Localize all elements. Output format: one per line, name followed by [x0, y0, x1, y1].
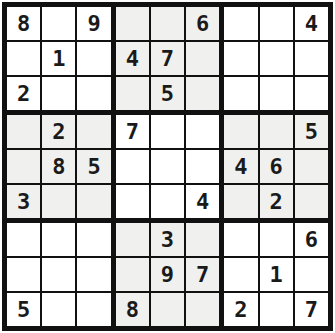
cell-r7c3[interactable] — [77, 223, 110, 256]
cell-r5c5[interactable] — [151, 150, 184, 183]
cell-r5c7[interactable]: 4 — [224, 150, 257, 183]
cell-r5c4[interactable] — [116, 150, 149, 183]
cell-r5c3[interactable]: 5 — [77, 150, 110, 183]
cell-r9c3[interactable] — [77, 293, 110, 326]
cell-r9c5[interactable] — [151, 293, 184, 326]
cell-r2c2[interactable]: 1 — [42, 42, 75, 75]
cell-r6c7[interactable] — [224, 185, 257, 218]
cell-r1c9[interactable]: 4 — [295, 7, 328, 40]
cell-r4c4[interactable]: 7 — [116, 115, 149, 148]
cell-r7c2[interactable] — [42, 223, 75, 256]
cell-r1c2[interactable] — [42, 7, 75, 40]
cell-r1c5[interactable] — [151, 7, 184, 40]
cell-r1c6[interactable]: 6 — [186, 7, 219, 40]
cell-r1c4[interactable] — [116, 7, 149, 40]
cell-r9c1[interactable]: 5 — [7, 293, 40, 326]
cell-r3c3[interactable] — [77, 77, 110, 110]
cell-r3c5[interactable]: 5 — [151, 77, 184, 110]
cell-r3c7[interactable] — [224, 77, 257, 110]
cell-r6c2[interactable] — [42, 185, 75, 218]
cell-r8c5[interactable]: 9 — [151, 258, 184, 291]
box-r2c2: 74 — [116, 115, 220, 218]
cell-r3c9[interactable] — [295, 77, 328, 110]
box-r1c3: 4 — [224, 7, 328, 110]
cell-r8c7[interactable] — [224, 258, 257, 291]
cell-r6c9[interactable] — [295, 185, 328, 218]
cell-r8c6[interactable]: 7 — [186, 258, 219, 291]
cell-r5c2[interactable]: 8 — [42, 150, 75, 183]
cell-r5c6[interactable] — [186, 150, 219, 183]
cell-r2c9[interactable] — [295, 42, 328, 75]
cell-r4c5[interactable] — [151, 115, 184, 148]
cell-r7c8[interactable] — [260, 223, 293, 256]
cell-r4c8[interactable] — [260, 115, 293, 148]
sudoku-board: 8912647542853745462539786127 — [2, 2, 333, 331]
cell-r2c4[interactable]: 4 — [116, 42, 149, 75]
cell-r6c3[interactable] — [77, 185, 110, 218]
cell-r9c4[interactable]: 8 — [116, 293, 149, 326]
box-r3c2: 3978 — [116, 223, 220, 326]
cell-r2c1[interactable] — [7, 42, 40, 75]
cell-r6c8[interactable]: 2 — [260, 185, 293, 218]
cell-r4c2[interactable]: 2 — [42, 115, 75, 148]
cell-r3c2[interactable] — [42, 77, 75, 110]
cell-r8c3[interactable] — [77, 258, 110, 291]
cell-r9c8[interactable] — [260, 293, 293, 326]
cell-r9c2[interactable] — [42, 293, 75, 326]
cell-r2c3[interactable] — [77, 42, 110, 75]
cell-r8c2[interactable] — [42, 258, 75, 291]
cell-r6c4[interactable] — [116, 185, 149, 218]
cell-r8c1[interactable] — [7, 258, 40, 291]
cell-r5c8[interactable]: 6 — [260, 150, 293, 183]
cell-r7c1[interactable] — [7, 223, 40, 256]
cell-r1c1[interactable]: 8 — [7, 7, 40, 40]
cell-r2c7[interactable] — [224, 42, 257, 75]
cell-r9c9[interactable]: 7 — [295, 293, 328, 326]
cell-r1c7[interactable] — [224, 7, 257, 40]
cell-r5c1[interactable] — [7, 150, 40, 183]
cell-r4c7[interactable] — [224, 115, 257, 148]
cell-r8c9[interactable] — [295, 258, 328, 291]
cell-r8c4[interactable] — [116, 258, 149, 291]
box-r1c2: 6475 — [116, 7, 220, 110]
cell-r1c8[interactable] — [260, 7, 293, 40]
cell-r6c1[interactable]: 3 — [7, 185, 40, 218]
cell-r3c8[interactable] — [260, 77, 293, 110]
cell-r3c4[interactable] — [116, 77, 149, 110]
cell-r7c9[interactable]: 6 — [295, 223, 328, 256]
cell-r3c1[interactable]: 2 — [7, 77, 40, 110]
box-r3c3: 6127 — [224, 223, 328, 326]
cell-r3c6[interactable] — [186, 77, 219, 110]
cell-r4c3[interactable] — [77, 115, 110, 148]
cell-r4c1[interactable] — [7, 115, 40, 148]
box-r1c1: 8912 — [7, 7, 111, 110]
cell-r2c6[interactable] — [186, 42, 219, 75]
cell-r7c4[interactable] — [116, 223, 149, 256]
cell-r4c6[interactable] — [186, 115, 219, 148]
cell-r2c5[interactable]: 7 — [151, 42, 184, 75]
cell-r8c8[interactable]: 1 — [260, 258, 293, 291]
cell-r4c9[interactable]: 5 — [295, 115, 328, 148]
box-r3c1: 5 — [7, 223, 111, 326]
cell-r9c7[interactable]: 2 — [224, 293, 257, 326]
cell-r7c6[interactable] — [186, 223, 219, 256]
cell-r9c6[interactable] — [186, 293, 219, 326]
cell-r6c6[interactable]: 4 — [186, 185, 219, 218]
box-r2c1: 2853 — [7, 115, 111, 218]
cell-r5c9[interactable] — [295, 150, 328, 183]
cell-r7c5[interactable]: 3 — [151, 223, 184, 256]
box-r2c3: 5462 — [224, 115, 328, 218]
cell-r2c8[interactable] — [260, 42, 293, 75]
cell-r7c7[interactable] — [224, 223, 257, 256]
cell-r6c5[interactable] — [151, 185, 184, 218]
cell-r1c3[interactable]: 9 — [77, 7, 110, 40]
